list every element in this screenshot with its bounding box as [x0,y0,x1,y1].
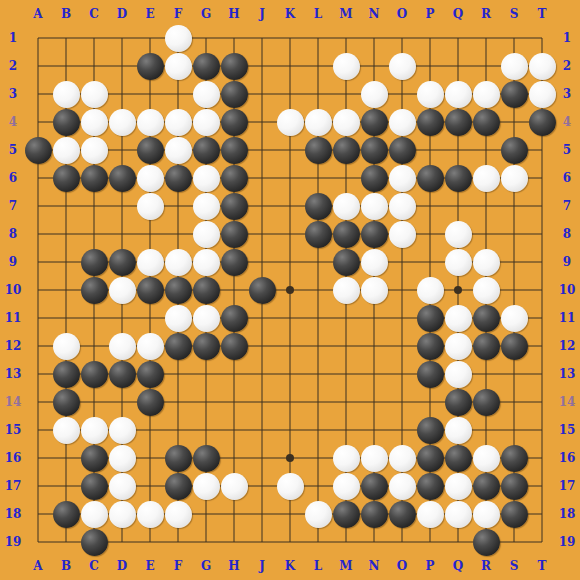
intersection-P4[interactable] [416,108,444,136]
intersection-D12[interactable] [108,332,136,360]
intersection-E7[interactable] [136,192,164,220]
intersection-C18[interactable] [80,500,108,528]
intersection-D19[interactable] [108,528,136,556]
intersection-L1[interactable] [304,24,332,52]
intersection-O1[interactable] [388,24,416,52]
intersection-S12[interactable] [500,332,528,360]
intersection-A17[interactable] [24,472,52,500]
intersection-K18[interactable] [276,500,304,528]
intersection-T15[interactable] [528,416,556,444]
intersection-N6[interactable] [360,164,388,192]
intersection-S2[interactable] [500,52,528,80]
intersection-P1[interactable] [416,24,444,52]
intersection-A2[interactable] [24,52,52,80]
intersection-C4[interactable] [80,108,108,136]
intersection-E2[interactable] [136,52,164,80]
intersection-R3[interactable] [472,80,500,108]
intersection-K13[interactable] [276,360,304,388]
intersection-J7[interactable] [248,192,276,220]
intersection-B16[interactable] [52,444,80,472]
intersection-F9[interactable] [164,248,192,276]
intersection-P14[interactable] [416,388,444,416]
intersection-R13[interactable] [472,360,500,388]
intersection-N17[interactable] [360,472,388,500]
intersection-E5[interactable] [136,136,164,164]
intersection-P5[interactable] [416,136,444,164]
intersection-H5[interactable] [220,136,248,164]
intersection-B5[interactable] [52,136,80,164]
intersection-M1[interactable] [332,24,360,52]
intersection-L16[interactable] [304,444,332,472]
intersection-L17[interactable] [304,472,332,500]
intersection-B7[interactable] [52,192,80,220]
intersection-J2[interactable] [248,52,276,80]
intersection-K3[interactable] [276,80,304,108]
intersection-K15[interactable] [276,416,304,444]
intersection-M11[interactable] [332,304,360,332]
intersection-B12[interactable] [52,332,80,360]
intersection-Q14[interactable] [444,388,472,416]
intersection-T16[interactable] [528,444,556,472]
intersection-B14[interactable] [52,388,80,416]
intersection-P2[interactable] [416,52,444,80]
intersection-O8[interactable] [388,220,416,248]
intersection-P3[interactable] [416,80,444,108]
intersection-B19[interactable] [52,528,80,556]
intersection-C8[interactable] [80,220,108,248]
intersection-P6[interactable] [416,164,444,192]
intersection-A10[interactable] [24,276,52,304]
intersection-N10[interactable] [360,276,388,304]
intersection-Q11[interactable] [444,304,472,332]
intersection-D10[interactable] [108,276,136,304]
intersection-J1[interactable] [248,24,276,52]
intersection-Q17[interactable] [444,472,472,500]
intersection-G16[interactable] [192,444,220,472]
intersection-A6[interactable] [24,164,52,192]
intersection-K8[interactable] [276,220,304,248]
intersection-P11[interactable] [416,304,444,332]
intersection-T11[interactable] [528,304,556,332]
intersection-F8[interactable] [164,220,192,248]
intersection-R11[interactable] [472,304,500,332]
intersection-H9[interactable] [220,248,248,276]
intersection-K12[interactable] [276,332,304,360]
intersection-K9[interactable] [276,248,304,276]
intersection-A4[interactable] [24,108,52,136]
intersection-M17[interactable] [332,472,360,500]
intersection-B13[interactable] [52,360,80,388]
intersection-K6[interactable] [276,164,304,192]
intersection-T18[interactable] [528,500,556,528]
intersection-C7[interactable] [80,192,108,220]
intersection-G2[interactable] [192,52,220,80]
intersection-Q6[interactable] [444,164,472,192]
intersection-E6[interactable] [136,164,164,192]
intersection-L2[interactable] [304,52,332,80]
intersection-M9[interactable] [332,248,360,276]
intersection-M12[interactable] [332,332,360,360]
intersection-E18[interactable] [136,500,164,528]
intersection-A16[interactable] [24,444,52,472]
intersection-G3[interactable] [192,80,220,108]
intersection-D2[interactable] [108,52,136,80]
intersection-B17[interactable] [52,472,80,500]
intersection-G14[interactable] [192,388,220,416]
intersection-Q18[interactable] [444,500,472,528]
intersection-F11[interactable] [164,304,192,332]
intersection-E13[interactable] [136,360,164,388]
intersection-D8[interactable] [108,220,136,248]
intersection-D11[interactable] [108,304,136,332]
intersection-G11[interactable] [192,304,220,332]
intersection-R9[interactable] [472,248,500,276]
intersection-R4[interactable] [472,108,500,136]
intersection-T14[interactable] [528,388,556,416]
intersection-L18[interactable] [304,500,332,528]
intersection-H11[interactable] [220,304,248,332]
intersection-P16[interactable] [416,444,444,472]
intersection-J8[interactable] [248,220,276,248]
intersection-O16[interactable] [388,444,416,472]
intersection-N15[interactable] [360,416,388,444]
intersection-G18[interactable] [192,500,220,528]
intersection-F15[interactable] [164,416,192,444]
intersection-T12[interactable] [528,332,556,360]
intersection-E15[interactable] [136,416,164,444]
intersection-C13[interactable] [80,360,108,388]
intersection-F12[interactable] [164,332,192,360]
intersection-O4[interactable] [388,108,416,136]
intersection-C1[interactable] [80,24,108,52]
intersection-G7[interactable] [192,192,220,220]
intersection-D13[interactable] [108,360,136,388]
intersection-N14[interactable] [360,388,388,416]
intersection-P18[interactable] [416,500,444,528]
intersection-M15[interactable] [332,416,360,444]
intersection-K17[interactable] [276,472,304,500]
intersection-H16[interactable] [220,444,248,472]
intersection-H19[interactable] [220,528,248,556]
intersection-G19[interactable] [192,528,220,556]
intersection-T5[interactable] [528,136,556,164]
intersection-O5[interactable] [388,136,416,164]
intersection-O15[interactable] [388,416,416,444]
intersection-O11[interactable] [388,304,416,332]
intersection-G8[interactable] [192,220,220,248]
intersection-Q4[interactable] [444,108,472,136]
intersection-L3[interactable] [304,80,332,108]
intersection-L7[interactable] [304,192,332,220]
intersection-D6[interactable] [108,164,136,192]
intersection-T4[interactable] [528,108,556,136]
intersection-A8[interactable] [24,220,52,248]
intersection-A1[interactable] [24,24,52,52]
intersection-P7[interactable] [416,192,444,220]
intersection-E12[interactable] [136,332,164,360]
intersection-A14[interactable] [24,388,52,416]
intersection-S9[interactable] [500,248,528,276]
intersection-T10[interactable] [528,276,556,304]
intersection-B2[interactable] [52,52,80,80]
intersection-M7[interactable] [332,192,360,220]
intersection-D15[interactable] [108,416,136,444]
intersection-B6[interactable] [52,164,80,192]
intersection-M5[interactable] [332,136,360,164]
intersection-O10[interactable] [388,276,416,304]
intersection-E11[interactable] [136,304,164,332]
intersection-E10[interactable] [136,276,164,304]
intersection-H8[interactable] [220,220,248,248]
intersection-C19[interactable] [80,528,108,556]
intersection-K7[interactable] [276,192,304,220]
intersection-C16[interactable] [80,444,108,472]
intersection-J6[interactable] [248,164,276,192]
intersection-E9[interactable] [136,248,164,276]
intersection-A13[interactable] [24,360,52,388]
intersection-J9[interactable] [248,248,276,276]
intersection-O7[interactable] [388,192,416,220]
intersection-B9[interactable] [52,248,80,276]
intersection-Q8[interactable] [444,220,472,248]
intersection-K10[interactable] [276,276,304,304]
intersection-N8[interactable] [360,220,388,248]
intersection-B3[interactable] [52,80,80,108]
intersection-H1[interactable] [220,24,248,52]
intersection-J14[interactable] [248,388,276,416]
intersection-J15[interactable] [248,416,276,444]
intersection-O2[interactable] [388,52,416,80]
intersection-F2[interactable] [164,52,192,80]
intersection-Q15[interactable] [444,416,472,444]
intersection-N11[interactable] [360,304,388,332]
intersection-C15[interactable] [80,416,108,444]
intersection-O19[interactable] [388,528,416,556]
intersection-C12[interactable] [80,332,108,360]
intersection-G1[interactable] [192,24,220,52]
intersection-L15[interactable] [304,416,332,444]
intersection-Q5[interactable] [444,136,472,164]
intersection-D18[interactable] [108,500,136,528]
intersection-Q7[interactable] [444,192,472,220]
intersection-H18[interactable] [220,500,248,528]
intersection-J19[interactable] [248,528,276,556]
intersection-G12[interactable] [192,332,220,360]
intersection-K5[interactable] [276,136,304,164]
intersection-B1[interactable] [52,24,80,52]
intersection-N5[interactable] [360,136,388,164]
intersection-J5[interactable] [248,136,276,164]
intersection-B15[interactable] [52,416,80,444]
intersection-R1[interactable] [472,24,500,52]
intersection-S3[interactable] [500,80,528,108]
intersection-S6[interactable] [500,164,528,192]
intersection-D14[interactable] [108,388,136,416]
intersection-S16[interactable] [500,444,528,472]
intersection-D16[interactable] [108,444,136,472]
intersection-Q1[interactable] [444,24,472,52]
intersection-A19[interactable] [24,528,52,556]
intersection-M19[interactable] [332,528,360,556]
intersection-R18[interactable] [472,500,500,528]
intersection-P17[interactable] [416,472,444,500]
intersection-E4[interactable] [136,108,164,136]
intersection-Q12[interactable] [444,332,472,360]
intersection-J17[interactable] [248,472,276,500]
intersection-K11[interactable] [276,304,304,332]
intersection-T17[interactable] [528,472,556,500]
intersection-S19[interactable] [500,528,528,556]
intersection-D3[interactable] [108,80,136,108]
intersection-T9[interactable] [528,248,556,276]
intersection-N18[interactable] [360,500,388,528]
intersection-P13[interactable] [416,360,444,388]
intersection-P10[interactable] [416,276,444,304]
intersection-B4[interactable] [52,108,80,136]
intersection-S17[interactable] [500,472,528,500]
intersection-E3[interactable] [136,80,164,108]
intersection-R10[interactable] [472,276,500,304]
intersection-Q10[interactable] [444,276,472,304]
intersection-J18[interactable] [248,500,276,528]
intersection-P12[interactable] [416,332,444,360]
intersection-J12[interactable] [248,332,276,360]
intersection-L13[interactable] [304,360,332,388]
intersection-D9[interactable] [108,248,136,276]
intersection-H4[interactable] [220,108,248,136]
intersection-A11[interactable] [24,304,52,332]
intersection-H2[interactable] [220,52,248,80]
intersection-O17[interactable] [388,472,416,500]
intersection-P8[interactable] [416,220,444,248]
intersection-C6[interactable] [80,164,108,192]
intersection-L4[interactable] [304,108,332,136]
intersection-T3[interactable] [528,80,556,108]
intersection-L6[interactable] [304,164,332,192]
intersection-H15[interactable] [220,416,248,444]
intersection-A7[interactable] [24,192,52,220]
intersection-R7[interactable] [472,192,500,220]
intersection-S7[interactable] [500,192,528,220]
intersection-R14[interactable] [472,388,500,416]
intersection-R17[interactable] [472,472,500,500]
intersection-H12[interactable] [220,332,248,360]
intersection-R6[interactable] [472,164,500,192]
intersection-H3[interactable] [220,80,248,108]
intersection-H14[interactable] [220,388,248,416]
intersection-L12[interactable] [304,332,332,360]
intersection-B18[interactable] [52,500,80,528]
intersection-C10[interactable] [80,276,108,304]
intersection-N12[interactable] [360,332,388,360]
intersection-G5[interactable] [192,136,220,164]
intersection-M14[interactable] [332,388,360,416]
intersection-E14[interactable] [136,388,164,416]
intersection-J10[interactable] [248,276,276,304]
intersection-A12[interactable] [24,332,52,360]
intersection-B11[interactable] [52,304,80,332]
intersection-G15[interactable] [192,416,220,444]
intersection-C14[interactable] [80,388,108,416]
intersection-F17[interactable] [164,472,192,500]
intersection-A15[interactable] [24,416,52,444]
intersection-F5[interactable] [164,136,192,164]
intersection-C17[interactable] [80,472,108,500]
intersection-Q16[interactable] [444,444,472,472]
intersection-F13[interactable] [164,360,192,388]
intersection-R8[interactable] [472,220,500,248]
intersection-K16[interactable] [276,444,304,472]
intersection-J11[interactable] [248,304,276,332]
intersection-A18[interactable] [24,500,52,528]
intersection-G9[interactable] [192,248,220,276]
intersection-C5[interactable] [80,136,108,164]
intersection-T7[interactable] [528,192,556,220]
intersection-M16[interactable] [332,444,360,472]
intersection-B8[interactable] [52,220,80,248]
intersection-G10[interactable] [192,276,220,304]
intersection-M4[interactable] [332,108,360,136]
intersection-F19[interactable] [164,528,192,556]
intersection-M10[interactable] [332,276,360,304]
intersection-N9[interactable] [360,248,388,276]
intersection-H6[interactable] [220,164,248,192]
intersection-F7[interactable] [164,192,192,220]
intersection-H7[interactable] [220,192,248,220]
intersection-T8[interactable] [528,220,556,248]
intersection-L5[interactable] [304,136,332,164]
intersection-A3[interactable] [24,80,52,108]
intersection-E1[interactable] [136,24,164,52]
intersection-L14[interactable] [304,388,332,416]
intersection-S13[interactable] [500,360,528,388]
intersection-M3[interactable] [332,80,360,108]
intersection-O9[interactable] [388,248,416,276]
intersection-O6[interactable] [388,164,416,192]
intersection-D1[interactable] [108,24,136,52]
intersection-F14[interactable] [164,388,192,416]
intersection-M2[interactable] [332,52,360,80]
intersection-N7[interactable] [360,192,388,220]
intersection-Q13[interactable] [444,360,472,388]
intersection-N1[interactable] [360,24,388,52]
intersection-R5[interactable] [472,136,500,164]
intersection-H10[interactable] [220,276,248,304]
intersection-L19[interactable] [304,528,332,556]
intersection-P9[interactable] [416,248,444,276]
intersection-F3[interactable] [164,80,192,108]
intersection-P15[interactable] [416,416,444,444]
intersection-S8[interactable] [500,220,528,248]
intersection-F16[interactable] [164,444,192,472]
intersection-S5[interactable] [500,136,528,164]
intersection-C11[interactable] [80,304,108,332]
intersection-C9[interactable] [80,248,108,276]
intersection-S14[interactable] [500,388,528,416]
intersection-S1[interactable] [500,24,528,52]
intersection-N16[interactable] [360,444,388,472]
intersection-K4[interactable] [276,108,304,136]
intersection-T13[interactable] [528,360,556,388]
intersection-G4[interactable] [192,108,220,136]
intersection-N4[interactable] [360,108,388,136]
intersection-R19[interactable] [472,528,500,556]
intersection-S15[interactable] [500,416,528,444]
intersection-S11[interactable] [500,304,528,332]
intersection-N3[interactable] [360,80,388,108]
intersection-D17[interactable] [108,472,136,500]
intersection-D4[interactable] [108,108,136,136]
